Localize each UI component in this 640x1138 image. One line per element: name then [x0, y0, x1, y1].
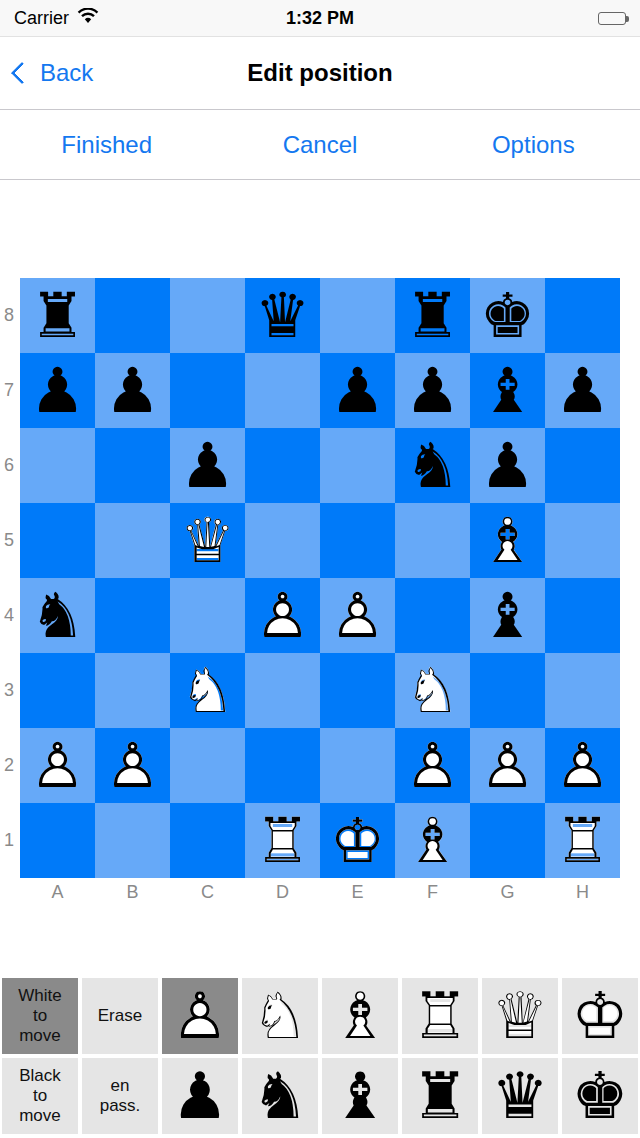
square-c6[interactable]: ♟ [170, 428, 245, 503]
file-label-b: B [95, 878, 170, 906]
square-b6[interactable] [95, 428, 170, 503]
square-f7[interactable]: ♟ [395, 353, 470, 428]
rank-label-7: 7 [0, 353, 18, 428]
white-pawn: ♟♙ [20, 728, 95, 803]
battery-icon [598, 12, 626, 25]
square-h6[interactable] [545, 428, 620, 503]
black-knight: ♞ [395, 428, 470, 503]
white-queen: ♛♕ [170, 503, 245, 578]
square-a2[interactable]: ♟♙ [20, 728, 95, 803]
white-to-move-button-label: to [33, 1006, 47, 1026]
square-c8[interactable] [170, 278, 245, 353]
square-f8[interactable]: ♜ [395, 278, 470, 353]
black-king: ♚ [470, 278, 545, 353]
white-to-move-button-label: White [18, 986, 61, 1006]
black-pawn: ♟ [395, 353, 470, 428]
options-button[interactable]: Options [427, 131, 640, 159]
white-to-move-button[interactable]: Whitetomove [2, 978, 78, 1054]
cancel-button[interactable]: Cancel [213, 131, 426, 159]
square-b5[interactable] [95, 503, 170, 578]
rank-label-4: 4 [0, 578, 18, 653]
black-to-move-button-label: to [33, 1086, 47, 1106]
edit-position-screen: Carrier 1:32 PM Back Edit position Finis… [0, 0, 640, 1138]
carrier-label: Carrier [14, 8, 69, 29]
square-g5[interactable]: ♝♗ [470, 503, 545, 578]
square-a1[interactable] [20, 803, 95, 878]
piece-palette: WhitetomoveErase♟♙♞♘♝♗♜♖♛♕♚♔Blacktomovee… [0, 978, 640, 1134]
black-rook: ♜ [395, 278, 470, 353]
black-rook: ♜ [402, 1058, 478, 1134]
white-rook: ♜♖ [402, 978, 478, 1054]
black-to-move-button-label: move [19, 1106, 61, 1126]
back-button[interactable]: Back [14, 37, 93, 109]
black-pawn: ♟ [320, 353, 395, 428]
square-h3[interactable] [545, 653, 620, 728]
white-pawn: ♟♙ [395, 728, 470, 803]
back-label: Back [40, 59, 93, 87]
square-e1[interactable]: ♚♔ [320, 803, 395, 878]
navigation-bar: Back Edit position [0, 37, 640, 110]
square-c3[interactable]: ♞♘ [170, 653, 245, 728]
en-passant-button-label: pass. [100, 1096, 141, 1116]
en-passant-button[interactable]: enpass. [82, 1058, 158, 1134]
black-rook: ♜ [20, 278, 95, 353]
black-bishop: ♝ [322, 1058, 398, 1134]
black-queen: ♛ [482, 1058, 558, 1134]
square-h5[interactable] [545, 503, 620, 578]
square-g1[interactable] [470, 803, 545, 878]
page-title: Edit position [247, 59, 392, 87]
black-pawn: ♟ [20, 353, 95, 428]
square-g7[interactable]: ♝ [470, 353, 545, 428]
white-pawn: ♟♙ [245, 578, 320, 653]
square-b3[interactable] [95, 653, 170, 728]
square-e5[interactable] [320, 503, 395, 578]
square-g2[interactable]: ♟♙ [470, 728, 545, 803]
file-label-h: H [545, 878, 620, 906]
square-a5[interactable] [20, 503, 95, 578]
palette-black-pawn[interactable]: ♟ [162, 1058, 238, 1134]
square-d1[interactable]: ♜♖ [245, 803, 320, 878]
rank-label-1: 1 [0, 803, 18, 878]
square-c5[interactable]: ♛♕ [170, 503, 245, 578]
erase-button-label: Erase [98, 1006, 142, 1026]
black-pawn: ♟ [470, 428, 545, 503]
palette-black-king[interactable]: ♚ [562, 1058, 638, 1134]
square-f5[interactable] [395, 503, 470, 578]
white-pawn: ♟♙ [470, 728, 545, 803]
white-knight: ♞♘ [170, 653, 245, 728]
square-b4[interactable] [95, 578, 170, 653]
white-knight: ♞♘ [395, 653, 470, 728]
file-labels: ABCDEFGH [20, 878, 620, 906]
black-knight: ♞ [20, 578, 95, 653]
white-king: ♚♔ [562, 978, 638, 1054]
square-d4[interactable]: ♟♙ [245, 578, 320, 653]
chess-board: ♜♛♜♚♟♟♟♟♝♟♟♞♟♛♕♝♗♞♟♙♟♙♝♞♘♞♘♟♙♟♙♟♙♟♙♟♙♜♖♚… [20, 278, 620, 878]
square-e3[interactable] [320, 653, 395, 728]
square-f3[interactable]: ♞♘ [395, 653, 470, 728]
white-pawn: ♟♙ [162, 978, 238, 1054]
square-c1[interactable] [170, 803, 245, 878]
white-queen: ♛♕ [482, 978, 558, 1054]
black-to-move-button-label: Black [19, 1066, 61, 1086]
edit-toolbar: Finished Cancel Options [0, 110, 640, 180]
white-king: ♚♔ [320, 803, 395, 878]
white-pawn: ♟♙ [95, 728, 170, 803]
square-f4[interactable] [395, 578, 470, 653]
white-to-move-button-label: move [19, 1026, 61, 1046]
white-bishop: ♝♗ [395, 803, 470, 878]
palette-black-rook[interactable]: ♜ [402, 1058, 478, 1134]
square-f6[interactable]: ♞ [395, 428, 470, 503]
square-e4[interactable]: ♟♙ [320, 578, 395, 653]
finished-button[interactable]: Finished [0, 131, 213, 159]
rank-label-6: 6 [0, 428, 18, 503]
black-bishop: ♝ [470, 353, 545, 428]
clock: 1:32 PM [194, 8, 446, 29]
white-pawn: ♟♙ [545, 728, 620, 803]
status-bar: Carrier 1:32 PM [0, 0, 640, 37]
black-pawn: ♟ [545, 353, 620, 428]
square-h1[interactable]: ♜♖ [545, 803, 620, 878]
file-label-c: C [170, 878, 245, 906]
palette-black-bishop[interactable]: ♝ [322, 1058, 398, 1134]
file-label-d: D [245, 878, 320, 906]
square-h2[interactable]: ♟♙ [545, 728, 620, 803]
erase-button[interactable]: Erase [82, 978, 158, 1054]
wifi-icon [77, 8, 99, 29]
black-bishop: ♝ [470, 578, 545, 653]
square-g4[interactable]: ♝ [470, 578, 545, 653]
palette-white-king[interactable]: ♚♔ [562, 978, 638, 1054]
white-rook: ♜♖ [545, 803, 620, 878]
square-e8[interactable] [320, 278, 395, 353]
square-c2[interactable] [170, 728, 245, 803]
square-g3[interactable] [470, 653, 545, 728]
rank-label-3: 3 [0, 653, 18, 728]
white-bishop: ♝♗ [322, 978, 398, 1054]
file-label-g: G [470, 878, 545, 906]
black-pawn: ♟ [162, 1058, 238, 1134]
square-h8[interactable] [545, 278, 620, 353]
palette-white-knight[interactable]: ♞♘ [242, 978, 318, 1054]
black-queen: ♛ [245, 278, 320, 353]
en-passant-button-label: en [111, 1076, 130, 1096]
square-e7[interactable]: ♟ [320, 353, 395, 428]
square-d8[interactable]: ♛ [245, 278, 320, 353]
square-b8[interactable] [95, 278, 170, 353]
square-b2[interactable]: ♟♙ [95, 728, 170, 803]
palette-white-rook[interactable]: ♜♖ [402, 978, 478, 1054]
white-pawn: ♟♙ [320, 578, 395, 653]
black-knight: ♞ [242, 1058, 318, 1134]
square-e2[interactable] [320, 728, 395, 803]
square-b7[interactable]: ♟ [95, 353, 170, 428]
chevron-left-icon [11, 62, 34, 85]
white-bishop: ♝♗ [470, 503, 545, 578]
palette-white-queen[interactable]: ♛♕ [482, 978, 558, 1054]
palette-white-bishop[interactable]: ♝♗ [322, 978, 398, 1054]
black-king: ♚ [562, 1058, 638, 1134]
square-a6[interactable] [20, 428, 95, 503]
square-f2[interactable]: ♟♙ [395, 728, 470, 803]
rank-labels: 87654321 [0, 278, 20, 878]
square-d6[interactable] [245, 428, 320, 503]
square-d5[interactable] [245, 503, 320, 578]
square-a4[interactable]: ♞ [20, 578, 95, 653]
square-a7[interactable]: ♟ [20, 353, 95, 428]
black-to-move-button[interactable]: Blacktomove [2, 1058, 78, 1134]
square-a8[interactable]: ♜ [20, 278, 95, 353]
black-pawn: ♟ [170, 428, 245, 503]
white-rook: ♜♖ [245, 803, 320, 878]
square-f1[interactable]: ♝♗ [395, 803, 470, 878]
file-label-f: F [395, 878, 470, 906]
palette-black-queen[interactable]: ♛ [482, 1058, 558, 1134]
square-g8[interactable]: ♚ [470, 278, 545, 353]
white-knight: ♞♘ [242, 978, 318, 1054]
palette-white-pawn[interactable]: ♟♙ [162, 978, 238, 1054]
square-b1[interactable] [95, 803, 170, 878]
square-h7[interactable]: ♟ [545, 353, 620, 428]
black-pawn: ♟ [95, 353, 170, 428]
square-c4[interactable] [170, 578, 245, 653]
palette-black-knight[interactable]: ♞ [242, 1058, 318, 1134]
rank-label-8: 8 [0, 278, 18, 353]
square-h4[interactable] [545, 578, 620, 653]
square-e6[interactable] [320, 428, 395, 503]
square-d2[interactable] [245, 728, 320, 803]
file-label-e: E [320, 878, 395, 906]
square-c7[interactable] [170, 353, 245, 428]
rank-label-5: 5 [0, 503, 18, 578]
square-d7[interactable] [245, 353, 320, 428]
rank-label-2: 2 [0, 728, 18, 803]
square-d3[interactable] [245, 653, 320, 728]
square-a3[interactable] [20, 653, 95, 728]
square-g6[interactable]: ♟ [470, 428, 545, 503]
file-label-a: A [20, 878, 95, 906]
